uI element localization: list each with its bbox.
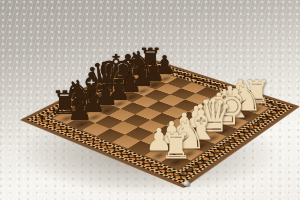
border-inlay-checker-outer bbox=[27, 59, 294, 184]
photo-background: ♜♞♝♛♚♝♞♜♟♟♟♟♟♟♟♟♟♟♟♟♟♟♟♟♜♞♝♛♚♝♞♜ bbox=[0, 0, 300, 200]
border-inlay-checker-inner bbox=[43, 65, 279, 175]
clasp-icon bbox=[183, 181, 190, 186]
board-grid bbox=[53, 68, 269, 168]
border-inner-rim bbox=[50, 67, 272, 170]
chess-board bbox=[20, 57, 300, 189]
border-inlay-diamond bbox=[34, 62, 286, 180]
board-scene bbox=[0, 0, 300, 200]
